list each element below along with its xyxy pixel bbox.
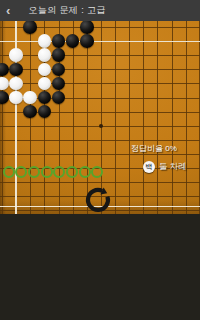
- progress-ring: [91, 166, 103, 178]
- black-stone: [0, 63, 9, 77]
- black-stone: [0, 91, 9, 105]
- progress-ring: [41, 166, 53, 178]
- progress-ring: [28, 166, 40, 178]
- black-stone: [23, 21, 37, 34]
- turn-indicator: 백 둘 차례: [143, 161, 187, 173]
- black-stone: [80, 21, 94, 34]
- bottom-panel: [0, 214, 200, 320]
- progress-ring: [15, 166, 27, 178]
- white-stone: [23, 91, 37, 105]
- black-stone: [38, 91, 52, 105]
- star-point: [99, 124, 103, 128]
- white-stone: [38, 48, 52, 62]
- highlight-line-horizontal-top: [0, 41, 200, 43]
- grid-hline: [0, 69, 200, 70]
- black-stone: [52, 91, 66, 105]
- white-stone: [0, 77, 9, 91]
- grid-vline: [129, 21, 130, 214]
- top-bar: ‹ 오늘의 문제 : 고급: [0, 0, 200, 21]
- grid-vline: [115, 21, 116, 214]
- grid-vline: [199, 21, 200, 214]
- white-stone: [9, 91, 23, 105]
- grid-hline: [0, 55, 200, 56]
- black-stone: [52, 77, 66, 91]
- grid-vline: [73, 21, 74, 214]
- grid-vline: [157, 21, 158, 214]
- black-stone: [66, 34, 80, 48]
- grid-hline: [0, 182, 200, 183]
- grid-vline: [186, 21, 187, 214]
- grid-hline: [0, 154, 200, 155]
- grid-hline: [0, 140, 200, 141]
- go-board[interactable]: 정답비율 0% 백 둘 차례: [0, 21, 200, 214]
- turn-text: 둘 차례: [159, 161, 187, 173]
- white-stone: [38, 34, 52, 48]
- black-stone: [23, 105, 37, 119]
- black-stone: [52, 63, 66, 77]
- accuracy-text: 정답비율 0%: [131, 143, 177, 154]
- white-stone: [38, 63, 52, 77]
- black-stone: [52, 48, 66, 62]
- white-stone: [9, 48, 23, 62]
- grid-vline: [172, 21, 173, 214]
- white-stone-badge: 백: [143, 161, 155, 173]
- grid-vline: [143, 21, 144, 214]
- white-stone: [9, 77, 23, 91]
- back-button[interactable]: ‹: [0, 0, 16, 22]
- black-stone: [52, 34, 66, 48]
- grid-hline: [0, 83, 200, 84]
- black-stone: [38, 105, 52, 119]
- app-screen: ‹ 오늘의 문제 : 고급 정답비율 0% 백 둘 차례: [0, 0, 200, 320]
- grid-vline: [2, 21, 3, 214]
- black-stone: [9, 63, 23, 77]
- progress-ring: [66, 166, 78, 178]
- progress-ring: [79, 166, 91, 178]
- page-title: 오늘의 문제 : 고급: [28, 4, 105, 17]
- refresh-icon[interactable]: [84, 184, 114, 214]
- progress-ring: [53, 166, 65, 178]
- progress-ring: [3, 166, 15, 178]
- black-stone: [80, 34, 94, 48]
- white-stone: [38, 77, 52, 91]
